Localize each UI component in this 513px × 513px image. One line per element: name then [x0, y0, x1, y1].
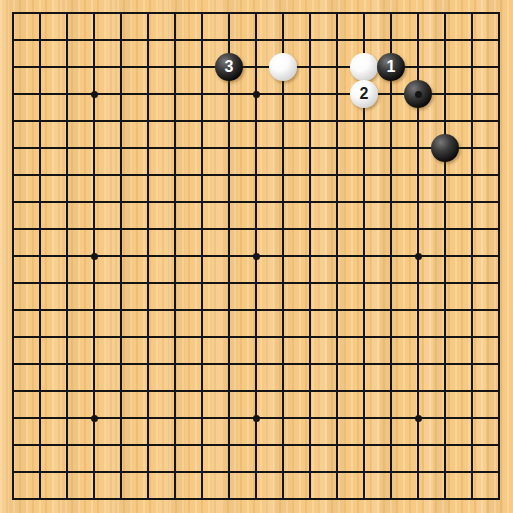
go-board[interactable]: 123 — [0, 0, 513, 513]
star-point — [415, 415, 422, 422]
white-stone-l17 — [269, 53, 297, 81]
star-point — [415, 91, 422, 98]
star-point — [415, 253, 422, 260]
star-point — [253, 253, 260, 260]
move-number-label: 2 — [360, 86, 369, 102]
star-point — [253, 415, 260, 422]
black-stone-r14 — [431, 134, 459, 162]
move-number-label: 1 — [387, 59, 396, 75]
star-point — [253, 91, 260, 98]
black-stone-j17: 3 — [215, 53, 243, 81]
star-point — [91, 91, 98, 98]
white-stone-o16: 2 — [350, 80, 378, 108]
star-point — [91, 415, 98, 422]
star-point — [91, 253, 98, 260]
white-stone-o17 — [350, 53, 378, 81]
move-number-label: 3 — [225, 59, 234, 75]
black-stone-p17: 1 — [377, 53, 405, 81]
